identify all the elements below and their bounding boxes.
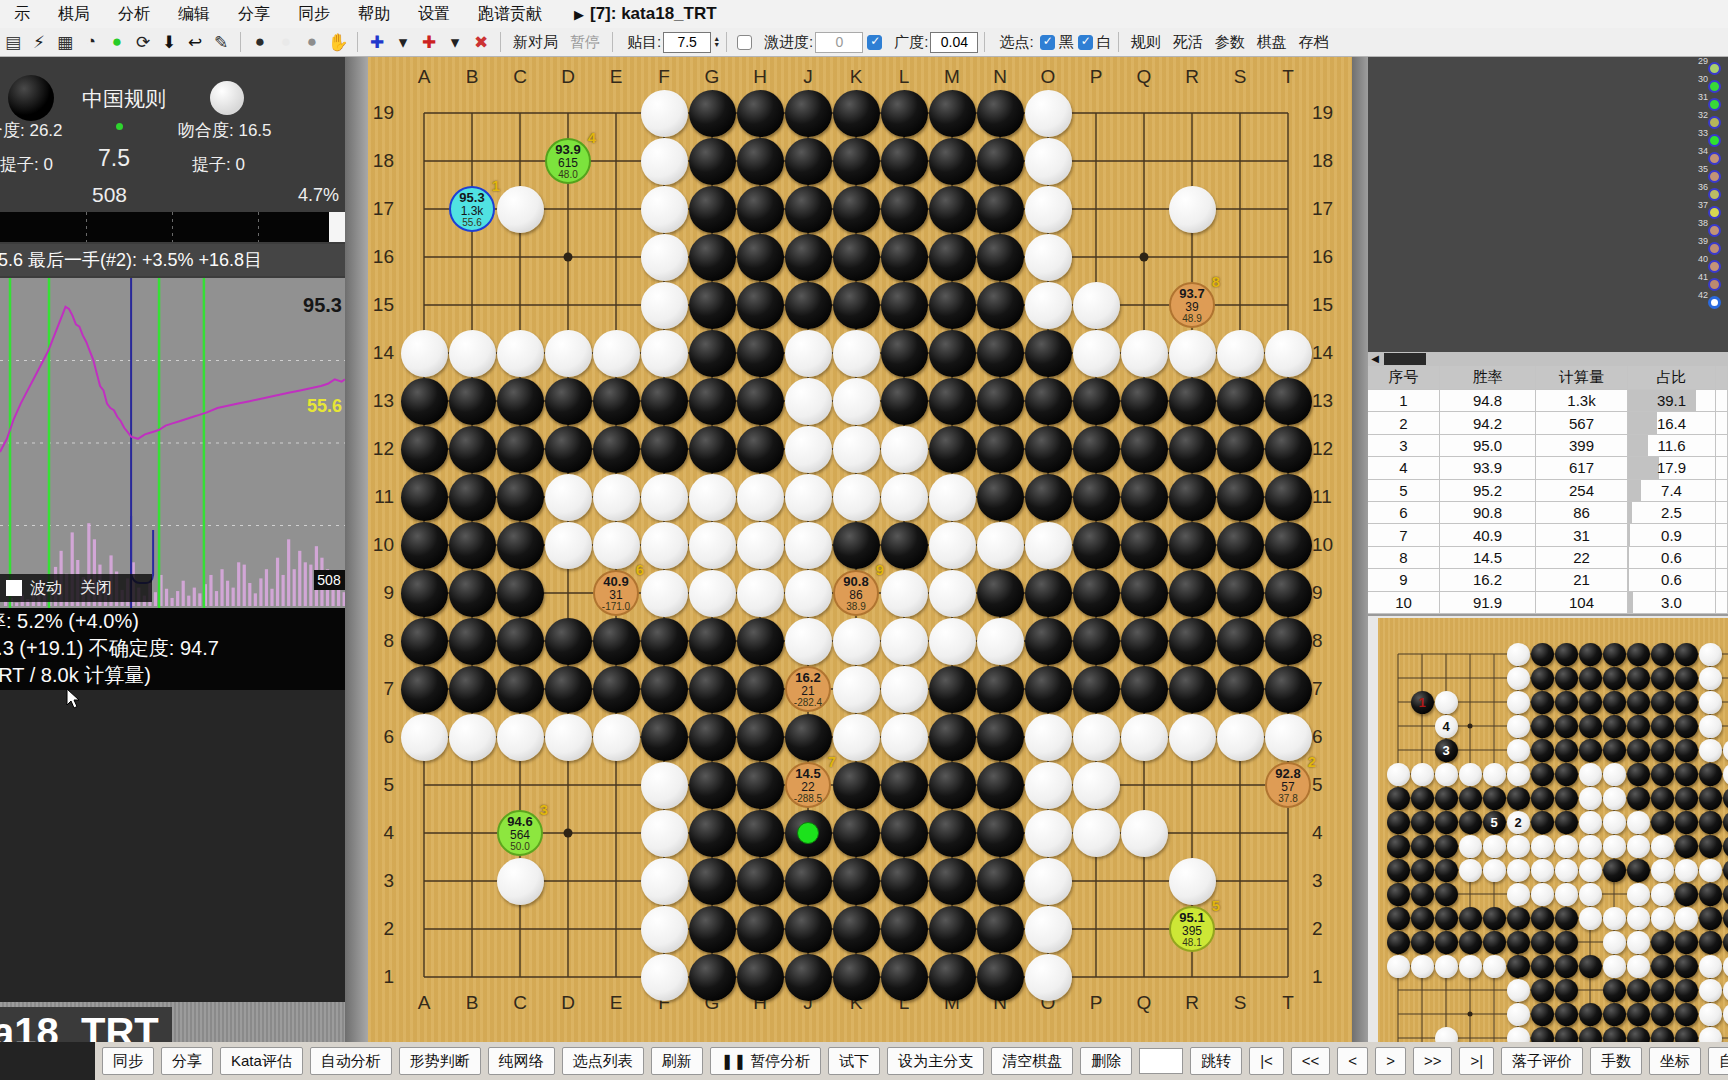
mini-stone-O5[interactable] bbox=[1699, 979, 1722, 1002]
mini-stone-J8[interactable] bbox=[1579, 907, 1602, 930]
mini-stone-B10[interactable] bbox=[1411, 859, 1434, 882]
globe-icon[interactable]: ◔ bbox=[78, 32, 104, 52]
mini-stone-H16[interactable] bbox=[1555, 715, 1578, 738]
mini-stone-J4[interactable] bbox=[1579, 1003, 1602, 1026]
right-panel-top bbox=[1368, 57, 1728, 352]
table-row[interactable]: 294.256716.4 bbox=[1368, 412, 1728, 434]
mini-stone-N7[interactable] bbox=[1675, 931, 1698, 954]
mini-stone-A13[interactable] bbox=[1387, 787, 1410, 810]
mini-stone-N6[interactable] bbox=[1675, 955, 1698, 978]
mini-stone-K13[interactable] bbox=[1603, 787, 1626, 810]
white-stone-icon[interactable]: ● bbox=[273, 32, 299, 52]
mini-stone-G5[interactable] bbox=[1531, 979, 1554, 1002]
mini-stone-G12[interactable] bbox=[1531, 811, 1554, 834]
mini-stone-E10[interactable] bbox=[1483, 859, 1506, 882]
mini-stone-M14[interactable] bbox=[1651, 763, 1674, 786]
mini-stone-J9[interactable] bbox=[1579, 883, 1602, 906]
menu-edit[interactable]: 编辑 bbox=[164, 4, 224, 25]
mini-stone-N9[interactable] bbox=[1675, 883, 1698, 906]
mini-stone-J16[interactable] bbox=[1579, 715, 1602, 738]
mini-stone-J19[interactable] bbox=[1579, 643, 1602, 666]
mini-stone-K18[interactable] bbox=[1603, 667, 1626, 690]
mini-stone-F12[interactable]: 2 bbox=[1507, 811, 1530, 834]
mini-stone-E11[interactable] bbox=[1483, 835, 1506, 858]
mini-stone-E12[interactable]: 5 bbox=[1483, 811, 1506, 834]
mini-stone-C17[interactable] bbox=[1435, 691, 1458, 714]
move-strip[interactable]: 2930313233343536373839404142 bbox=[1700, 58, 1728, 310]
menu-analysis[interactable]: 分析 bbox=[104, 4, 164, 25]
mini-stone-M16[interactable] bbox=[1651, 715, 1674, 738]
chevron-down-icon[interactable]: ▾ bbox=[390, 32, 416, 53]
info-panel: 中国规则 合度: 26.2 吻合度: 16.5 提子: 0 7.5 提子: 0 … bbox=[0, 57, 345, 1080]
mini-stone-J13[interactable] bbox=[1579, 787, 1602, 810]
menu-sync[interactable]: 同步 bbox=[284, 4, 344, 25]
mini-stone-C12[interactable] bbox=[1435, 811, 1458, 834]
mini-stone-B7[interactable] bbox=[1411, 931, 1434, 954]
mini-stone-O11[interactable] bbox=[1699, 835, 1722, 858]
mini-stone-M17[interactable] bbox=[1651, 691, 1674, 714]
table-row[interactable]: 1091.91043.0 bbox=[1368, 592, 1728, 614]
menu-game[interactable]: 棋局 bbox=[44, 4, 104, 25]
nav-back10-button[interactable]: << bbox=[1291, 1047, 1331, 1075]
cell: 86 bbox=[1536, 502, 1628, 523]
sync-button[interactable]: 同步 bbox=[102, 1047, 154, 1075]
mini-stone-O15[interactable] bbox=[1699, 739, 1722, 762]
menu-contribute[interactable]: 跑谱贡献 bbox=[464, 4, 556, 25]
move-count-button[interactable]: 手数 bbox=[1590, 1047, 1642, 1075]
mini-stone-M8[interactable] bbox=[1651, 907, 1674, 930]
white-checkbox[interactable] bbox=[1078, 35, 1093, 50]
panel-corner bbox=[0, 1042, 95, 1080]
komi-spinner[interactable]: ▲▼ bbox=[713, 36, 720, 48]
mini-stone-G16[interactable] bbox=[1531, 715, 1554, 738]
mini-stone-F8[interactable] bbox=[1507, 907, 1530, 930]
mini-stone-E14[interactable] bbox=[1483, 763, 1506, 786]
mini-stone-B12[interactable] bbox=[1411, 811, 1434, 834]
mini-stone-K16[interactable] bbox=[1603, 715, 1626, 738]
mini-stone-D14[interactable] bbox=[1459, 763, 1482, 786]
mini-stone-H4[interactable] bbox=[1555, 1003, 1578, 1026]
mini-stone-G15[interactable] bbox=[1531, 739, 1554, 762]
mini-stone-K14[interactable] bbox=[1603, 763, 1626, 786]
mini-stone-C11[interactable] bbox=[1435, 835, 1458, 858]
cell: 5 bbox=[1368, 480, 1440, 501]
mini-stone-A12[interactable] bbox=[1387, 811, 1410, 834]
mini-stone-G6[interactable] bbox=[1531, 955, 1554, 978]
clear-board-button[interactable]: 清空棋盘 bbox=[991, 1047, 1073, 1075]
mini-stone-O18[interactable] bbox=[1699, 667, 1722, 690]
pause-button[interactable]: 暂停 bbox=[570, 33, 600, 52]
mini-stone-M13[interactable] bbox=[1651, 787, 1674, 810]
mini-stone-A9[interactable] bbox=[1387, 883, 1410, 906]
mini-stone-O14[interactable] bbox=[1699, 763, 1722, 786]
nav-forward-button[interactable]: > bbox=[1375, 1047, 1406, 1075]
mini-stone-G11[interactable] bbox=[1531, 835, 1554, 858]
mini-stone-A11[interactable] bbox=[1387, 835, 1410, 858]
mini-stone-D13[interactable] bbox=[1459, 787, 1482, 810]
mini-stone-N16[interactable] bbox=[1675, 715, 1698, 738]
nav-back-button[interactable]: < bbox=[1337, 1047, 1368, 1075]
table-row[interactable]: 493.961717.9 bbox=[1368, 457, 1728, 479]
mini-stone-N10[interactable] bbox=[1675, 859, 1698, 882]
mini-stone-H9[interactable] bbox=[1555, 883, 1578, 906]
candidate-list-button[interactable]: 选点列表 bbox=[562, 1047, 644, 1075]
mini-stone-J15[interactable] bbox=[1579, 739, 1602, 762]
jump-button[interactable]: 跳转 bbox=[1190, 1047, 1242, 1075]
auto-analysis-button[interactable]: 自动分析 bbox=[310, 1047, 392, 1075]
divider bbox=[345, 57, 368, 1042]
mini-stone-A6[interactable] bbox=[1387, 955, 1410, 978]
mini-stone-L19[interactable] bbox=[1627, 643, 1650, 666]
nav-first-button[interactable]: |< bbox=[1249, 1047, 1284, 1075]
winrate-line: 率: 5.2% (+4.0%) bbox=[0, 608, 345, 635]
mini-stone-K4[interactable] bbox=[1603, 1003, 1626, 1026]
toolbar-button-0[interactable]: 规则 bbox=[1131, 33, 1161, 52]
mini-stone-M5[interactable] bbox=[1651, 979, 1674, 1002]
mini-stone-E6[interactable] bbox=[1483, 955, 1506, 978]
panel-spacer bbox=[0, 690, 345, 1002]
mini-stone-L13[interactable] bbox=[1627, 787, 1650, 810]
mini-stone-G4[interactable] bbox=[1531, 1003, 1554, 1026]
mini-stone-F16[interactable] bbox=[1507, 715, 1530, 738]
move-number-input[interactable] bbox=[1139, 1048, 1183, 1074]
mini-stone-J17[interactable] bbox=[1579, 691, 1602, 714]
mini-stone-L10[interactable] bbox=[1627, 859, 1650, 882]
mini-stone-O4[interactable] bbox=[1699, 1003, 1722, 1026]
mini-stone-N12[interactable] bbox=[1675, 811, 1698, 834]
mini-stone-D8[interactable] bbox=[1459, 907, 1482, 930]
cell: 7 bbox=[1368, 524, 1440, 545]
mini-stone-B17[interactable]: 1 bbox=[1411, 691, 1434, 714]
mini-stone-N11[interactable] bbox=[1675, 835, 1698, 858]
mini-stone-H12[interactable] bbox=[1555, 811, 1578, 834]
mini-stone-F18[interactable] bbox=[1507, 667, 1530, 690]
mini-stone-N19[interactable] bbox=[1675, 643, 1698, 666]
menu-settings[interactable]: 设置 bbox=[404, 4, 464, 25]
table-row[interactable]: 194.81.3k39.1 bbox=[1368, 390, 1728, 412]
mini-stone-M4[interactable] bbox=[1651, 1003, 1674, 1026]
mini-stone-L8[interactable] bbox=[1627, 907, 1650, 930]
refresh-button[interactable]: 刷新 bbox=[651, 1047, 703, 1075]
cell: 16.2 bbox=[1440, 569, 1536, 590]
mini-stone-K17[interactable] bbox=[1603, 691, 1626, 714]
undo-icon[interactable]: ↩ bbox=[182, 32, 208, 53]
mini-stone-L16[interactable] bbox=[1627, 715, 1650, 738]
refresh-icon[interactable]: ⟳ bbox=[130, 32, 156, 53]
mini-stone-F15[interactable] bbox=[1507, 739, 1530, 762]
mini-stone-C15[interactable]: 3 bbox=[1435, 739, 1458, 762]
play-icon[interactable]: ▶ bbox=[574, 7, 584, 22]
mini-stone-F13[interactable] bbox=[1507, 787, 1530, 810]
mini-stone-L11[interactable] bbox=[1627, 835, 1650, 858]
separator bbox=[357, 32, 358, 52]
hand-icon[interactable]: ✋ bbox=[325, 32, 351, 53]
mini-stone-H11[interactable] bbox=[1555, 835, 1578, 858]
black-checkbox[interactable] bbox=[1040, 35, 1055, 50]
mini-stone-J10[interactable] bbox=[1579, 859, 1602, 882]
close-x-icon[interactable]: ✖ bbox=[468, 32, 494, 53]
mini-stone-K8[interactable] bbox=[1603, 907, 1626, 930]
mini-stone-C8[interactable] bbox=[1435, 907, 1458, 930]
red-cross-icon[interactable]: ✚ bbox=[416, 32, 442, 53]
kata-eval-button[interactable]: Kata评估 bbox=[220, 1047, 303, 1075]
mini-stone-J6[interactable] bbox=[1579, 955, 1602, 978]
mini-stone-F9[interactable] bbox=[1507, 883, 1530, 906]
menu-display[interactable]: 示 bbox=[0, 4, 44, 25]
cell: 2.5 bbox=[1628, 502, 1716, 523]
mini-stone-G18[interactable] bbox=[1531, 667, 1554, 690]
mini-stone-F10[interactable] bbox=[1507, 859, 1530, 882]
black-stone-icon[interactable]: ● bbox=[247, 32, 273, 52]
cassette-icon[interactable]: ▤ bbox=[0, 32, 26, 53]
new-game-button[interactable]: 新对局 bbox=[513, 33, 558, 52]
mini-stone-J18[interactable] bbox=[1579, 667, 1602, 690]
scroll-thumb[interactable] bbox=[1384, 353, 1426, 365]
mini-stone-M9[interactable] bbox=[1651, 883, 1674, 906]
mini-stone-D11[interactable] bbox=[1459, 835, 1482, 858]
column-header-2[interactable]: 计算量 bbox=[1536, 366, 1628, 389]
gray-stone-icon[interactable]: ● bbox=[299, 32, 325, 52]
column-header-0[interactable]: 序号 bbox=[1368, 366, 1440, 389]
variation-move-number: 2 bbox=[1507, 811, 1530, 834]
aggressiveness-input[interactable] bbox=[815, 32, 863, 53]
mini-stone-H18[interactable] bbox=[1555, 667, 1578, 690]
toolbar-button-4[interactable]: 存档 bbox=[1299, 33, 1329, 52]
mini-stone-E7[interactable] bbox=[1483, 931, 1506, 954]
chart-icon[interactable]: ▦ bbox=[52, 32, 78, 53]
table-row[interactable]: 690.8862.5 bbox=[1368, 502, 1728, 524]
wave-label[interactable]: 波动 bbox=[30, 578, 62, 599]
mini-stone-N4[interactable] bbox=[1675, 1003, 1698, 1026]
mini-stone-K12[interactable] bbox=[1603, 811, 1626, 834]
mini-stone-B6[interactable] bbox=[1411, 955, 1434, 978]
pause-analysis-button[interactable]: ❚❚ 暂停分析 bbox=[710, 1047, 821, 1075]
blue-cross-icon[interactable]: ✚ bbox=[364, 32, 390, 53]
mini-stone-L5[interactable] bbox=[1627, 979, 1650, 1002]
black-label: 黑 bbox=[1059, 33, 1074, 52]
toolbar-button-3[interactable]: 棋盘 bbox=[1257, 33, 1287, 52]
mini-stone-G8[interactable] bbox=[1531, 907, 1554, 930]
mini-stone-B13[interactable] bbox=[1411, 787, 1434, 810]
mini-stone-L18[interactable] bbox=[1627, 667, 1650, 690]
mini-stone-O10[interactable] bbox=[1699, 859, 1722, 882]
mini-stone-M15[interactable] bbox=[1651, 739, 1674, 762]
mini-stone-K10[interactable] bbox=[1603, 859, 1626, 882]
mini-stone-L4[interactable] bbox=[1627, 1003, 1650, 1026]
share-button[interactable]: 分享 bbox=[161, 1047, 213, 1075]
cell: 93.9 bbox=[1440, 457, 1536, 478]
mini-stone-H7[interactable] bbox=[1555, 931, 1578, 954]
candidate-table[interactable]: 序号胜率计算量占比194.81.3k39.1294.256716.4395.03… bbox=[1368, 366, 1728, 614]
mini-stone-F6[interactable] bbox=[1507, 955, 1530, 978]
mini-stone-N5[interactable] bbox=[1675, 979, 1698, 1002]
nav-forward10-button[interactable]: >> bbox=[1413, 1047, 1453, 1075]
mini-stone-D10[interactable] bbox=[1459, 859, 1482, 882]
mini-stone-G13[interactable] bbox=[1531, 787, 1554, 810]
mini-stone-J11[interactable] bbox=[1579, 835, 1602, 858]
mini-stone-O19[interactable] bbox=[1699, 643, 1722, 666]
mini-stone-H8[interactable] bbox=[1555, 907, 1578, 930]
toolbar-button-2[interactable]: 参数 bbox=[1215, 33, 1245, 52]
mini-stone-M7[interactable] bbox=[1651, 931, 1674, 954]
mini-stone-G10[interactable] bbox=[1531, 859, 1554, 882]
mini-stone-C6[interactable] bbox=[1435, 955, 1458, 978]
toolbar-button-1[interactable]: 死活 bbox=[1173, 33, 1203, 52]
mini-stone-O17[interactable] bbox=[1699, 691, 1722, 714]
winrate-graph[interactable]: 95.355.6508 bbox=[0, 278, 345, 608]
mini-stone-N15[interactable] bbox=[1675, 739, 1698, 762]
table-row[interactable]: 595.22547.4 bbox=[1368, 480, 1728, 502]
menu-help[interactable]: 帮助 bbox=[344, 4, 404, 25]
width-checkbox[interactable] bbox=[867, 35, 882, 50]
mini-stone-L12[interactable] bbox=[1627, 811, 1650, 834]
mini-stone-L15[interactable] bbox=[1627, 739, 1650, 762]
mini-stone-C16[interactable]: 4 bbox=[1435, 715, 1458, 738]
mini-stone-H15[interactable] bbox=[1555, 739, 1578, 762]
delete-button[interactable]: 删除 bbox=[1080, 1047, 1132, 1075]
mini-stone-O9[interactable] bbox=[1699, 883, 1722, 906]
mini-stone-L17[interactable] bbox=[1627, 691, 1650, 714]
mini-stone-L6[interactable] bbox=[1627, 955, 1650, 978]
cell: 40.9 bbox=[1440, 524, 1536, 545]
mini-stone-F14[interactable] bbox=[1507, 763, 1530, 786]
mini-stone-L14[interactable] bbox=[1627, 763, 1650, 786]
mini-stone-H19[interactable] bbox=[1555, 643, 1578, 666]
table-row[interactable]: 740.9310.9 bbox=[1368, 524, 1728, 546]
mini-stone-O7[interactable] bbox=[1699, 931, 1722, 954]
mini-stone-A14[interactable] bbox=[1387, 763, 1410, 786]
mini-stone-K6[interactable] bbox=[1603, 955, 1626, 978]
mini-stone-K19[interactable] bbox=[1603, 643, 1626, 666]
raw-network-button[interactable]: 纯网络 bbox=[488, 1047, 555, 1075]
mini-stone-H14[interactable] bbox=[1555, 763, 1578, 786]
mini-stone-F5[interactable] bbox=[1507, 979, 1530, 1002]
mini-stone-E13[interactable] bbox=[1483, 787, 1506, 810]
mini-stone-B11[interactable] bbox=[1411, 835, 1434, 858]
mini-stone-C10[interactable] bbox=[1435, 859, 1458, 882]
mini-stone-E8[interactable] bbox=[1483, 907, 1506, 930]
mini-stone-A10[interactable] bbox=[1387, 859, 1410, 882]
mini-stone-C13[interactable] bbox=[1435, 787, 1458, 810]
mini-stone-L7[interactable] bbox=[1627, 931, 1650, 954]
mini-stone-M18[interactable] bbox=[1651, 667, 1674, 690]
mini-stone-N18[interactable] bbox=[1675, 667, 1698, 690]
mini-stone-H5[interactable] bbox=[1555, 979, 1578, 1002]
mini-stone-D12[interactable] bbox=[1459, 811, 1482, 834]
close-graph-label[interactable]: 关闭 bbox=[80, 578, 112, 599]
mini-stone-F17[interactable] bbox=[1507, 691, 1530, 714]
width-input[interactable] bbox=[930, 32, 978, 53]
mini-stone-C9[interactable] bbox=[1435, 883, 1458, 906]
aggressiveness-checkbox[interactable] bbox=[737, 35, 752, 50]
window-title: [7]: kata18_TRT bbox=[590, 4, 717, 24]
mini-stone-J14[interactable] bbox=[1579, 763, 1602, 786]
mini-stone-C14[interactable] bbox=[1435, 763, 1458, 786]
share-bar bbox=[1628, 569, 1629, 590]
komi-input[interactable] bbox=[663, 32, 711, 53]
mini-stone-H10[interactable] bbox=[1555, 859, 1578, 882]
mini-stone-H13[interactable] bbox=[1555, 787, 1578, 810]
mini-stone-N13[interactable] bbox=[1675, 787, 1698, 810]
mini-stone-K7[interactable] bbox=[1603, 931, 1626, 954]
mini-stone-F11[interactable] bbox=[1507, 835, 1530, 858]
mini-stone-O16[interactable] bbox=[1699, 715, 1722, 738]
mini-stone-M19[interactable] bbox=[1651, 643, 1674, 666]
lightning-icon[interactable]: ⚡ bbox=[26, 32, 52, 53]
nav-last-button[interactable]: >| bbox=[1459, 1047, 1494, 1075]
mini-stone-C7[interactable] bbox=[1435, 931, 1458, 954]
move-eval-button[interactable]: 落子评价 bbox=[1501, 1047, 1583, 1075]
set-main-branch-button[interactable]: 设为主分支 bbox=[887, 1047, 984, 1075]
mini-stone-B8[interactable] bbox=[1411, 907, 1434, 930]
mini-stone-O12[interactable] bbox=[1699, 811, 1722, 834]
table-row[interactable]: 395.039911.6 bbox=[1368, 435, 1728, 457]
mini-stone-B14[interactable] bbox=[1411, 763, 1434, 786]
mini-stone-N17[interactable] bbox=[1675, 691, 1698, 714]
mini-stone-M6[interactable] bbox=[1651, 955, 1674, 978]
pencil-icon[interactable]: ✎ bbox=[208, 32, 234, 53]
mini-stone-O6[interactable] bbox=[1699, 955, 1722, 978]
chevron-down-icon[interactable]: ▾ bbox=[442, 32, 468, 53]
down-arrow-icon[interactable]: ⬇ bbox=[156, 32, 182, 53]
mini-stone-N8[interactable] bbox=[1675, 907, 1698, 930]
mini-stone-F4[interactable] bbox=[1507, 1003, 1530, 1026]
mini-stone-A7[interactable] bbox=[1387, 931, 1410, 954]
white-player-stone-icon bbox=[210, 81, 244, 115]
autoplay-button[interactable]: 自动播放 bbox=[1708, 1047, 1728, 1075]
mini-stone-D6[interactable] bbox=[1459, 955, 1482, 978]
mini-stone-G7[interactable] bbox=[1531, 931, 1554, 954]
mini-stone-O8[interactable] bbox=[1699, 907, 1722, 930]
table-row[interactable]: 814.5220.6 bbox=[1368, 547, 1728, 569]
mini-stone-G9[interactable] bbox=[1531, 883, 1554, 906]
mini-stone-G19[interactable] bbox=[1531, 643, 1554, 666]
mini-stone-J12[interactable] bbox=[1579, 811, 1602, 834]
mini-stone-A8[interactable] bbox=[1387, 907, 1410, 930]
table-scrollbar[interactable]: ◀ bbox=[1368, 352, 1728, 366]
column-header-1[interactable]: 胜率 bbox=[1440, 366, 1536, 389]
mini-stone-M12[interactable] bbox=[1651, 811, 1674, 834]
territory-judge-button[interactable]: 形势判断 bbox=[399, 1047, 481, 1075]
mini-stone-F7[interactable] bbox=[1507, 931, 1530, 954]
try-move-button[interactable]: 试下 bbox=[828, 1047, 880, 1075]
mini-stone-G14[interactable] bbox=[1531, 763, 1554, 786]
mini-stone-H17[interactable] bbox=[1555, 691, 1578, 714]
mini-stone-B9[interactable] bbox=[1411, 883, 1434, 906]
mini-stone-H6[interactable] bbox=[1555, 955, 1578, 978]
mini-stone-L9[interactable] bbox=[1627, 883, 1650, 906]
mini-stone-M11[interactable] bbox=[1651, 835, 1674, 858]
table-row[interactable]: 916.2210.6 bbox=[1368, 569, 1728, 591]
menu-share[interactable]: 分享 bbox=[224, 4, 284, 25]
mini-stone-F19[interactable] bbox=[1507, 643, 1530, 666]
mini-stone-D7[interactable] bbox=[1459, 931, 1482, 954]
mini-stone-K15[interactable] bbox=[1603, 739, 1626, 762]
mini-stone-O13[interactable] bbox=[1699, 787, 1722, 810]
komi-dot-icon bbox=[116, 123, 123, 130]
record-icon[interactable]: ● bbox=[104, 32, 130, 52]
scroll-left-icon[interactable]: ◀ bbox=[1368, 352, 1382, 366]
coords-button[interactable]: 坐标 bbox=[1649, 1047, 1701, 1075]
wave-checkbox[interactable] bbox=[6, 580, 22, 596]
variation-node-42[interactable]: 42 bbox=[1700, 292, 1728, 310]
mini-stone-G17[interactable] bbox=[1531, 691, 1554, 714]
mini-stone-M10[interactable] bbox=[1651, 859, 1674, 882]
mini-stone-N14[interactable] bbox=[1675, 763, 1698, 786]
column-header-3[interactable]: 占比 bbox=[1628, 366, 1716, 389]
mini-stone-K11[interactable] bbox=[1603, 835, 1626, 858]
mini-stone-K5[interactable] bbox=[1603, 979, 1626, 1002]
